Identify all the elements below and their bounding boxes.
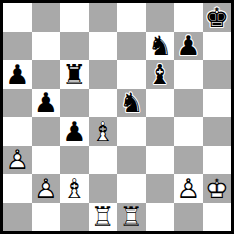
square-a2[interactable] (3, 174, 32, 203)
white-rook[interactable]: ♜♖ (91, 203, 115, 230)
square-h7[interactable] (203, 32, 232, 61)
square-g1[interactable] (174, 203, 203, 232)
square-d8[interactable] (89, 3, 118, 32)
square-h3[interactable] (203, 146, 232, 175)
square-c4[interactable]: ♟ (60, 117, 89, 146)
piece-fill-layer: ♞ (148, 32, 172, 59)
black-knight[interactable]: ♞ (148, 32, 172, 59)
square-b6[interactable] (32, 60, 61, 89)
square-a6[interactable]: ♟ (3, 60, 32, 89)
square-d3[interactable] (89, 146, 118, 175)
square-e7[interactable] (117, 32, 146, 61)
square-h1[interactable] (203, 203, 232, 232)
square-f6[interactable]: ♝ (146, 60, 175, 89)
piece-fill-layer: ♚ (205, 4, 229, 31)
black-pawn[interactable]: ♟ (176, 32, 200, 59)
piece-outline-layer: ♖ (119, 203, 143, 230)
square-e1[interactable]: ♜♖ (117, 203, 146, 232)
square-c2[interactable]: ♝♗ (60, 174, 89, 203)
piece-outline-layer: ♖ (91, 203, 115, 230)
black-pawn[interactable]: ♟ (34, 89, 58, 116)
black-pawn[interactable]: ♟ (62, 118, 86, 145)
square-b4[interactable] (32, 117, 61, 146)
square-b7[interactable] (32, 32, 61, 61)
square-h8[interactable]: ♚ (203, 3, 232, 32)
square-a7[interactable] (3, 32, 32, 61)
square-f5[interactable] (146, 89, 175, 118)
square-f2[interactable] (146, 174, 175, 203)
square-g7[interactable]: ♟ (174, 32, 203, 61)
square-e4[interactable] (117, 117, 146, 146)
white-pawn[interactable]: ♟♙ (176, 175, 200, 202)
square-c7[interactable] (60, 32, 89, 61)
square-d7[interactable] (89, 32, 118, 61)
piece-fill-layer: ♜ (62, 61, 86, 88)
white-pawn[interactable]: ♟♙ (34, 175, 58, 202)
chess-board: ♚♞♟♟♜♝♟♞♟♝♗♟♙♟♙♝♗♟♙♚♔♜♖♜♖ (0, 0, 234, 234)
black-king[interactable]: ♚ (205, 4, 229, 31)
square-c5[interactable] (60, 89, 89, 118)
square-g2[interactable]: ♟♙ (174, 174, 203, 203)
square-b5[interactable]: ♟ (32, 89, 61, 118)
black-rook[interactable]: ♜ (62, 61, 86, 88)
square-b8[interactable] (32, 3, 61, 32)
square-a1[interactable] (3, 203, 32, 232)
piece-fill-layer: ♝ (148, 61, 172, 88)
square-f1[interactable] (146, 203, 175, 232)
piece-fill-layer: ♟ (62, 118, 86, 145)
square-e3[interactable] (117, 146, 146, 175)
square-e5[interactable]: ♞ (117, 89, 146, 118)
black-knight[interactable]: ♞ (119, 89, 143, 116)
piece-outline-layer: ♗ (62, 175, 86, 202)
piece-outline-layer: ♙ (5, 146, 29, 173)
piece-outline-layer: ♔ (205, 175, 229, 202)
square-d2[interactable] (89, 174, 118, 203)
square-f8[interactable] (146, 3, 175, 32)
square-b3[interactable] (32, 146, 61, 175)
square-c3[interactable] (60, 146, 89, 175)
square-h6[interactable] (203, 60, 232, 89)
square-f3[interactable] (146, 146, 175, 175)
square-a3[interactable]: ♟♙ (3, 146, 32, 175)
square-h4[interactable] (203, 117, 232, 146)
square-d6[interactable] (89, 60, 118, 89)
black-pawn[interactable]: ♟ (5, 61, 29, 88)
white-rook[interactable]: ♜♖ (119, 203, 143, 230)
square-f7[interactable]: ♞ (146, 32, 175, 61)
white-bishop[interactable]: ♝♗ (62, 175, 86, 202)
square-a4[interactable] (3, 117, 32, 146)
square-d4[interactable]: ♝♗ (89, 117, 118, 146)
square-g6[interactable] (174, 60, 203, 89)
chess-diagram: ♚♞♟♟♜♝♟♞♟♝♗♟♙♟♙♝♗♟♙♚♔♜♖♜♖ (0, 0, 234, 234)
piece-outline-layer: ♙ (34, 175, 58, 202)
square-a8[interactable] (3, 3, 32, 32)
square-g8[interactable] (174, 3, 203, 32)
square-h5[interactable] (203, 89, 232, 118)
square-c8[interactable] (60, 3, 89, 32)
black-bishop[interactable]: ♝ (148, 61, 172, 88)
square-c1[interactable] (60, 203, 89, 232)
piece-fill-layer: ♟ (34, 89, 58, 116)
piece-outline-layer: ♗ (91, 118, 115, 145)
white-king[interactable]: ♚♔ (205, 175, 229, 202)
square-b1[interactable] (32, 203, 61, 232)
square-g5[interactable] (174, 89, 203, 118)
piece-fill-layer: ♞ (119, 89, 143, 116)
square-g3[interactable] (174, 146, 203, 175)
square-g4[interactable] (174, 117, 203, 146)
square-b2[interactable]: ♟♙ (32, 174, 61, 203)
square-e2[interactable] (117, 174, 146, 203)
square-e6[interactable] (117, 60, 146, 89)
piece-fill-layer: ♟ (176, 32, 200, 59)
piece-fill-layer: ♟ (5, 61, 29, 88)
white-bishop[interactable]: ♝♗ (91, 118, 115, 145)
piece-outline-layer: ♙ (176, 175, 200, 202)
square-c6[interactable]: ♜ (60, 60, 89, 89)
square-e8[interactable] (117, 3, 146, 32)
white-pawn[interactable]: ♟♙ (5, 146, 29, 173)
square-f4[interactable] (146, 117, 175, 146)
square-d5[interactable] (89, 89, 118, 118)
square-h2[interactable]: ♚♔ (203, 174, 232, 203)
square-a5[interactable] (3, 89, 32, 118)
square-d1[interactable]: ♜♖ (89, 203, 118, 232)
